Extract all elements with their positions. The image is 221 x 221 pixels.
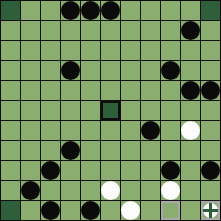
cell-j10[interactable] bbox=[181, 21, 200, 40]
black-stone bbox=[61, 141, 80, 160]
cell-e5[interactable] bbox=[81, 121, 100, 140]
cell-a3[interactable] bbox=[1, 161, 20, 180]
cell-d7[interactable] bbox=[61, 81, 80, 100]
cell-e2[interactable] bbox=[81, 181, 100, 200]
cell-i5[interactable] bbox=[161, 121, 180, 140]
cell-i4[interactable] bbox=[161, 141, 180, 160]
cell-b2[interactable] bbox=[21, 181, 40, 200]
cell-j7[interactable] bbox=[181, 81, 200, 100]
cell-j9[interactable] bbox=[181, 41, 200, 60]
cell-e6[interactable] bbox=[81, 101, 100, 120]
cell-f8[interactable] bbox=[101, 61, 120, 80]
cell-g11[interactable] bbox=[121, 1, 140, 20]
cell-d5[interactable] bbox=[61, 121, 80, 140]
cell-c11[interactable] bbox=[41, 1, 60, 20]
cell-g1[interactable] bbox=[121, 201, 140, 220]
cell-a2[interactable] bbox=[1, 181, 20, 200]
cell-c8[interactable] bbox=[41, 61, 60, 80]
cell-d11[interactable] bbox=[61, 1, 80, 20]
cell-f11[interactable] bbox=[101, 1, 120, 20]
cell-d3[interactable] bbox=[61, 161, 80, 180]
cell-k1[interactable] bbox=[201, 201, 220, 220]
cell-e3[interactable] bbox=[81, 161, 100, 180]
cell-c6[interactable] bbox=[41, 101, 60, 120]
black-stone bbox=[201, 81, 220, 100]
cell-b1[interactable] bbox=[21, 201, 40, 220]
cell-c2[interactable] bbox=[41, 181, 60, 200]
cell-f7[interactable] bbox=[101, 81, 120, 100]
cell-j11[interactable] bbox=[181, 1, 200, 20]
cell-g2[interactable] bbox=[121, 181, 140, 200]
cell-d1[interactable] bbox=[61, 201, 80, 220]
cell-a4[interactable] bbox=[1, 141, 20, 160]
cell-k7[interactable] bbox=[201, 81, 220, 100]
black-stone bbox=[141, 121, 160, 140]
white-stone bbox=[181, 121, 200, 140]
cell-b8[interactable] bbox=[21, 61, 40, 80]
cell-c3[interactable] bbox=[41, 161, 60, 180]
cell-h8[interactable] bbox=[141, 61, 160, 80]
cell-c5[interactable] bbox=[41, 121, 60, 140]
cell-b6[interactable] bbox=[21, 101, 40, 120]
cell-i9[interactable] bbox=[161, 41, 180, 60]
black-stone bbox=[161, 161, 180, 180]
cell-e10[interactable] bbox=[81, 21, 100, 40]
king-stone bbox=[203, 203, 218, 218]
cell-j4[interactable] bbox=[181, 141, 200, 160]
cell-i10[interactable] bbox=[161, 21, 180, 40]
cell-c4[interactable] bbox=[41, 141, 60, 160]
cell-k9[interactable] bbox=[201, 41, 220, 60]
cell-a5[interactable] bbox=[1, 121, 20, 140]
cell-k6[interactable] bbox=[201, 101, 220, 120]
cell-g10[interactable] bbox=[121, 21, 140, 40]
cell-h11[interactable] bbox=[141, 1, 160, 20]
cell-k11[interactable] bbox=[201, 1, 220, 20]
white-stone bbox=[101, 181, 120, 200]
cell-j5[interactable] bbox=[181, 121, 200, 140]
cell-a1[interactable] bbox=[1, 201, 20, 220]
cell-f1[interactable] bbox=[101, 201, 120, 220]
black-stone bbox=[81, 1, 100, 20]
cell-e1[interactable] bbox=[81, 201, 100, 220]
cell-b3[interactable] bbox=[21, 161, 40, 180]
cell-a9[interactable] bbox=[1, 41, 20, 60]
cell-i6[interactable] bbox=[161, 101, 180, 120]
cell-a7[interactable] bbox=[1, 81, 20, 100]
cell-b5[interactable] bbox=[21, 121, 40, 140]
black-stone bbox=[81, 201, 100, 220]
cell-j1[interactable] bbox=[181, 201, 200, 220]
black-stone bbox=[41, 161, 60, 180]
cell-d9[interactable] bbox=[61, 41, 80, 60]
cell-c7[interactable] bbox=[41, 81, 60, 100]
cell-a10[interactable] bbox=[1, 21, 20, 40]
cell-i7[interactable] bbox=[161, 81, 180, 100]
cell-i1[interactable] bbox=[161, 201, 180, 220]
cell-j2[interactable] bbox=[181, 181, 200, 200]
cell-h6[interactable] bbox=[141, 101, 160, 120]
cell-e7[interactable] bbox=[81, 81, 100, 100]
black-stone bbox=[61, 1, 80, 20]
cell-b4[interactable] bbox=[21, 141, 40, 160]
cell-i8[interactable] bbox=[161, 61, 180, 80]
cell-i2[interactable] bbox=[161, 181, 180, 200]
cell-h10[interactable] bbox=[141, 21, 160, 40]
cell-h9[interactable] bbox=[141, 41, 160, 60]
cell-g8[interactable] bbox=[121, 61, 140, 80]
cell-k10[interactable] bbox=[201, 21, 220, 40]
cell-h4[interactable] bbox=[141, 141, 160, 160]
black-stone bbox=[181, 21, 200, 40]
cell-g6[interactable] bbox=[121, 101, 140, 120]
cell-f6[interactable] bbox=[101, 101, 120, 120]
cell-e9[interactable] bbox=[81, 41, 100, 60]
cell-b11[interactable] bbox=[21, 1, 40, 20]
cell-e4[interactable] bbox=[81, 141, 100, 160]
cell-g7[interactable] bbox=[121, 81, 140, 100]
cell-e8[interactable] bbox=[81, 61, 100, 80]
cell-f4[interactable] bbox=[101, 141, 120, 160]
cell-d10[interactable] bbox=[61, 21, 80, 40]
cell-k4[interactable] bbox=[201, 141, 220, 160]
cell-a8[interactable] bbox=[1, 61, 20, 80]
cell-c10[interactable] bbox=[41, 21, 60, 40]
white-stone bbox=[121, 201, 140, 220]
cell-c1[interactable] bbox=[41, 201, 60, 220]
cell-h7[interactable] bbox=[141, 81, 160, 100]
cell-d2[interactable] bbox=[61, 181, 80, 200]
black-stone bbox=[41, 201, 60, 220]
cell-k5[interactable] bbox=[201, 121, 220, 140]
cell-i3[interactable] bbox=[161, 161, 180, 180]
cell-b9[interactable] bbox=[21, 41, 40, 60]
cell-e11[interactable] bbox=[81, 1, 100, 20]
black-stone bbox=[61, 61, 80, 80]
cell-j3[interactable] bbox=[181, 161, 200, 180]
cell-h3[interactable] bbox=[141, 161, 160, 180]
black-stone bbox=[21, 181, 40, 200]
cell-b10[interactable] bbox=[21, 21, 40, 40]
black-stone bbox=[201, 161, 220, 180]
cell-k2[interactable] bbox=[201, 181, 220, 200]
cell-j8[interactable] bbox=[181, 61, 200, 80]
cell-f2[interactable] bbox=[101, 181, 120, 200]
cell-b7[interactable] bbox=[21, 81, 40, 100]
black-stone bbox=[181, 81, 200, 100]
king-cross-vertical bbox=[209, 203, 212, 218]
cell-a11[interactable] bbox=[1, 1, 20, 20]
cell-g3[interactable] bbox=[121, 161, 140, 180]
cell-f5[interactable] bbox=[101, 121, 120, 140]
black-stone bbox=[101, 1, 120, 20]
cell-k3[interactable] bbox=[201, 161, 220, 180]
cell-g9[interactable] bbox=[121, 41, 140, 60]
cell-d6[interactable] bbox=[61, 101, 80, 120]
cell-i11[interactable] bbox=[161, 1, 180, 20]
white-stone bbox=[161, 181, 180, 200]
board bbox=[0, 0, 221, 221]
cell-h1[interactable] bbox=[141, 201, 160, 220]
cell-c9[interactable] bbox=[41, 41, 60, 60]
cell-f9[interactable] bbox=[101, 41, 120, 60]
cell-j6[interactable] bbox=[181, 101, 200, 120]
cell-d4[interactable] bbox=[61, 141, 80, 160]
cell-f3[interactable] bbox=[101, 161, 120, 180]
cell-d8[interactable] bbox=[61, 61, 80, 80]
cell-f10[interactable] bbox=[101, 21, 120, 40]
black-stone bbox=[161, 61, 180, 80]
cell-a6[interactable] bbox=[1, 101, 20, 120]
cell-g4[interactable] bbox=[121, 141, 140, 160]
cell-g5[interactable] bbox=[121, 121, 140, 140]
cell-h2[interactable] bbox=[141, 181, 160, 200]
cell-h5[interactable] bbox=[141, 121, 160, 140]
cell-k8[interactable] bbox=[201, 61, 220, 80]
